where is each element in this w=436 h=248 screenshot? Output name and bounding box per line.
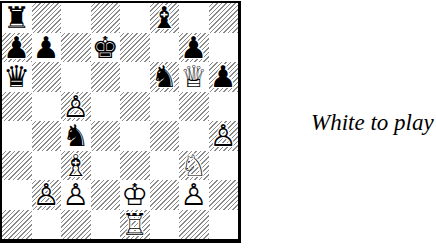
square-b5 (32, 92, 62, 122)
square-c5: ♙ (61, 92, 91, 122)
square-c3: ♗ (61, 151, 91, 181)
square-d5 (91, 92, 121, 122)
square-b3 (32, 151, 62, 181)
black-pawn: ♟ (3, 33, 30, 63)
square-b2: ♙ (32, 180, 62, 210)
square-g4 (179, 121, 209, 151)
square-d8 (91, 3, 121, 33)
black-pawn: ♟ (210, 62, 237, 92)
black-pawn: ♟ (180, 33, 207, 63)
square-f4 (150, 121, 180, 151)
black-knight: ♞ (62, 121, 89, 151)
square-a8: ♜ (2, 3, 32, 33)
square-f8: ♝ (150, 3, 180, 33)
square-b8 (32, 3, 62, 33)
white-queen: ♕ (180, 62, 207, 92)
square-d1 (91, 210, 121, 240)
square-d3 (91, 151, 121, 181)
square-h4: ♙ (209, 121, 239, 151)
square-a3 (2, 151, 32, 181)
square-a5 (2, 92, 32, 122)
square-g7: ♟ (179, 33, 209, 63)
caption-white-to-play: White to play (311, 110, 434, 136)
square-a2 (2, 180, 32, 210)
white-pawn: ♙ (62, 92, 89, 122)
square-h5 (209, 92, 239, 122)
square-c7 (61, 33, 91, 63)
square-c2: ♙ (61, 180, 91, 210)
black-queen: ♛ (3, 62, 30, 92)
white-knight: ♘ (180, 151, 207, 181)
square-c4: ♞ (61, 121, 91, 151)
square-h1 (209, 210, 239, 240)
square-d6 (91, 62, 121, 92)
square-b4 (32, 121, 62, 151)
square-c1 (61, 210, 91, 240)
square-h2 (209, 180, 239, 210)
square-g5 (179, 92, 209, 122)
square-g1 (179, 210, 209, 240)
square-a7: ♟ (2, 33, 32, 63)
white-pawn: ♙ (210, 121, 237, 151)
square-e8 (120, 3, 150, 33)
white-pawn: ♙ (180, 180, 207, 210)
white-pawn: ♙ (62, 180, 89, 210)
square-h8 (209, 3, 239, 33)
square-d7: ♚ (91, 33, 121, 63)
page: ♜♝♟♟♚♟♛♞♕♟♙♞♙♗♘♙♙♔♙♖ White to play (0, 0, 436, 248)
white-bishop: ♗ (62, 151, 89, 181)
square-a1 (2, 210, 32, 240)
square-f6: ♞ (150, 62, 180, 92)
square-f7 (150, 33, 180, 63)
square-h6: ♟ (209, 62, 239, 92)
white-king: ♔ (121, 180, 148, 210)
square-h3 (209, 151, 239, 181)
square-c6 (61, 62, 91, 92)
black-king: ♚ (92, 33, 119, 63)
square-c8 (61, 3, 91, 33)
square-g8 (179, 3, 209, 33)
square-f1 (150, 210, 180, 240)
square-a6: ♛ (2, 62, 32, 92)
square-e6 (120, 62, 150, 92)
square-g2: ♙ (179, 180, 209, 210)
square-g3: ♘ (179, 151, 209, 181)
black-pawn: ♟ (33, 33, 60, 63)
square-b1 (32, 210, 62, 240)
square-d4 (91, 121, 121, 151)
white-pawn: ♙ (33, 180, 60, 210)
square-e1: ♖ (120, 210, 150, 240)
black-rook: ♜ (3, 3, 30, 33)
square-f2 (150, 180, 180, 210)
white-rook: ♖ (121, 210, 148, 240)
square-e7 (120, 33, 150, 63)
square-b7: ♟ (32, 33, 62, 63)
square-e5 (120, 92, 150, 122)
square-d2 (91, 180, 121, 210)
square-e2: ♔ (120, 180, 150, 210)
square-f5 (150, 92, 180, 122)
square-a4 (2, 121, 32, 151)
black-knight: ♞ (151, 62, 178, 92)
square-f3 (150, 151, 180, 181)
square-e3 (120, 151, 150, 181)
black-bishop: ♝ (151, 3, 178, 33)
square-g6: ♕ (179, 62, 209, 92)
square-h7 (209, 33, 239, 63)
square-e4 (120, 121, 150, 151)
square-b6 (32, 62, 62, 92)
chess-board: ♜♝♟♟♚♟♛♞♕♟♙♞♙♗♘♙♙♔♙♖ (0, 1, 241, 243)
